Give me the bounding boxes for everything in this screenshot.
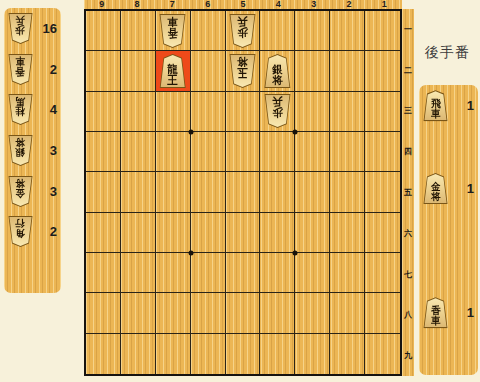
board-cell[interactable] bbox=[226, 213, 261, 253]
piece-face: 歩兵 bbox=[230, 15, 255, 47]
rank-label: 七 bbox=[402, 254, 414, 295]
piece-kanji: 将 bbox=[431, 192, 441, 202]
file-label: 4 bbox=[261, 0, 296, 9]
board-cell[interactable] bbox=[191, 293, 226, 333]
board-cell[interactable] bbox=[191, 253, 226, 293]
piece-kanji: 歩 bbox=[272, 107, 282, 118]
shogi-board: 香車歩兵龍王玉将銀将歩兵 bbox=[84, 9, 402, 376]
piece-lance[interactable]: 香車 bbox=[423, 297, 448, 328]
piece-kanji: 歩 bbox=[237, 27, 247, 38]
board-cell[interactable] bbox=[295, 213, 330, 253]
board-cell[interactable] bbox=[226, 293, 261, 333]
board-cell[interactable]: 歩兵 bbox=[226, 11, 261, 51]
board-cell[interactable] bbox=[260, 293, 295, 333]
piece-face: 龍王 bbox=[160, 55, 185, 87]
piece-kanji: 車 bbox=[167, 16, 177, 27]
board-cell[interactable]: 玉将 bbox=[226, 51, 261, 91]
gote-captured-tray: 歩兵16香車2桂馬4銀将3金将3角行2 bbox=[4, 8, 61, 293]
star-point-dot bbox=[188, 251, 193, 256]
board-cell[interactable] bbox=[226, 253, 261, 293]
file-label: 7 bbox=[155, 0, 190, 9]
piece-kanji: 香 bbox=[16, 66, 26, 76]
board-cell[interactable] bbox=[121, 172, 156, 212]
board-cell[interactable] bbox=[260, 334, 295, 374]
captured-count: 3 bbox=[50, 143, 57, 158]
board-cell[interactable] bbox=[260, 213, 295, 253]
board-cell[interactable] bbox=[330, 92, 365, 132]
board-cell[interactable] bbox=[260, 172, 295, 212]
board-cell[interactable] bbox=[121, 213, 156, 253]
captured-slot-bishop[interactable]: 角行2 bbox=[4, 212, 61, 253]
piece-lance[interactable]: 香車 bbox=[8, 54, 33, 85]
board-cell[interactable] bbox=[330, 293, 365, 333]
piece-kanji: 角 bbox=[16, 228, 26, 238]
board-cell[interactable] bbox=[295, 132, 330, 172]
piece-kanji: 桂 bbox=[16, 106, 26, 116]
board-cell[interactable] bbox=[330, 132, 365, 172]
sente-captured-tray: 飛車1金将1香車1 bbox=[419, 85, 478, 375]
board-cell[interactable] bbox=[295, 51, 330, 91]
captured-slot-pawn[interactable]: 歩兵16 bbox=[4, 8, 61, 49]
board-cell[interactable] bbox=[191, 213, 226, 253]
captured-slot-empty bbox=[419, 126, 478, 167]
piece-gold[interactable]: 金将 bbox=[8, 176, 33, 207]
board-cell[interactable]: 香車 bbox=[156, 11, 191, 51]
board-cell[interactable] bbox=[330, 334, 365, 374]
board-cell[interactable] bbox=[365, 334, 400, 374]
captured-slot-empty bbox=[419, 209, 478, 250]
board-cell[interactable] bbox=[365, 172, 400, 212]
piece-face: 香車 bbox=[424, 298, 447, 327]
board-cell[interactable] bbox=[226, 92, 261, 132]
board-cell[interactable] bbox=[365, 132, 400, 172]
board-cell[interactable] bbox=[156, 334, 191, 374]
piece-kanji: 車 bbox=[431, 109, 441, 119]
board-cell[interactable]: 歩兵 bbox=[260, 92, 295, 132]
board-cell[interactable]: 龍王 bbox=[156, 51, 191, 91]
board-cell[interactable] bbox=[86, 172, 121, 212]
board-cell[interactable] bbox=[156, 253, 191, 293]
piece-face: 歩兵 bbox=[9, 14, 32, 43]
board-cell[interactable] bbox=[226, 334, 261, 374]
captured-count: 2 bbox=[50, 62, 57, 77]
piece-face: 玉将 bbox=[230, 55, 255, 87]
piece-king[interactable]: 玉将 bbox=[229, 54, 256, 88]
board-cell[interactable] bbox=[330, 172, 365, 212]
board-cell[interactable] bbox=[86, 11, 121, 51]
file-label: 5 bbox=[225, 0, 260, 9]
piece-silver[interactable]: 銀将 bbox=[264, 54, 291, 88]
board-cell[interactable] bbox=[295, 334, 330, 374]
board-cell[interactable] bbox=[295, 253, 330, 293]
captured-slot-empty bbox=[419, 251, 478, 292]
piece-pawn[interactable]: 歩兵 bbox=[229, 14, 256, 48]
board-cell[interactable] bbox=[156, 132, 191, 172]
board-cell[interactable] bbox=[86, 213, 121, 253]
captured-count: 1 bbox=[467, 305, 474, 320]
piece-knight[interactable]: 桂馬 bbox=[8, 94, 33, 125]
board-cell[interactable] bbox=[260, 132, 295, 172]
piece-face: 銀将 bbox=[265, 55, 290, 87]
captured-slot-rook[interactable]: 飛車1 bbox=[419, 85, 478, 126]
board-cell[interactable] bbox=[330, 51, 365, 91]
piece-kanji: 将 bbox=[272, 75, 282, 86]
board-cell[interactable]: 銀将 bbox=[260, 51, 295, 91]
star-point-dot bbox=[188, 129, 193, 134]
piece-pawn[interactable]: 歩兵 bbox=[264, 94, 291, 128]
piece-kanji: 将 bbox=[16, 137, 26, 147]
board-cell[interactable] bbox=[86, 334, 121, 374]
rank-label: 九 bbox=[402, 335, 414, 376]
board-cell[interactable] bbox=[330, 11, 365, 51]
board-cell[interactable] bbox=[226, 172, 261, 212]
piece-silver[interactable]: 銀将 bbox=[8, 135, 33, 166]
board-cell[interactable] bbox=[295, 293, 330, 333]
piece-face: 金将 bbox=[9, 177, 32, 206]
board-cell[interactable] bbox=[295, 172, 330, 212]
board-cell[interactable] bbox=[86, 293, 121, 333]
piece-face: 香車 bbox=[160, 15, 185, 47]
piece-dragon[interactable]: 龍王 bbox=[159, 54, 186, 88]
board-cell[interactable] bbox=[365, 51, 400, 91]
piece-kanji: 玉 bbox=[237, 67, 247, 78]
piece-bishop[interactable]: 角行 bbox=[8, 216, 33, 247]
captured-count: 1 bbox=[467, 98, 474, 113]
piece-kanji: 金 bbox=[16, 188, 26, 198]
piece-rook[interactable]: 飛車 bbox=[423, 90, 448, 121]
board-cell[interactable] bbox=[365, 253, 400, 293]
board-cell[interactable] bbox=[365, 92, 400, 132]
piece-kanji: 馬 bbox=[16, 96, 26, 106]
board-cell[interactable] bbox=[191, 132, 226, 172]
piece-kanji: 将 bbox=[237, 56, 247, 67]
captured-count: 16 bbox=[43, 21, 57, 36]
piece-kanji: 銀 bbox=[16, 147, 26, 157]
rank-label: 四 bbox=[402, 131, 414, 172]
board-cell[interactable] bbox=[260, 253, 295, 293]
board-cell[interactable] bbox=[295, 92, 330, 132]
board-cell[interactable] bbox=[121, 253, 156, 293]
board-cell[interactable] bbox=[295, 11, 330, 51]
board-cell[interactable] bbox=[156, 213, 191, 253]
turn-indicator: 後手番 bbox=[415, 44, 480, 62]
piece-kanji: 車 bbox=[431, 316, 441, 326]
piece-kanji: 兵 bbox=[272, 96, 282, 107]
rank-labels: 一二三四五六七八九 bbox=[402, 9, 414, 376]
board-cell[interactable] bbox=[330, 213, 365, 253]
piece-face: 銀将 bbox=[9, 136, 32, 165]
piece-kanji: 王 bbox=[167, 75, 177, 86]
captured-slot-silver[interactable]: 銀将3 bbox=[4, 130, 61, 171]
piece-face: 角行 bbox=[9, 217, 32, 246]
piece-kanji: 将 bbox=[16, 178, 26, 188]
captured-slot-gold[interactable]: 金将1 bbox=[419, 168, 478, 209]
board-cell[interactable] bbox=[191, 92, 226, 132]
board-cell[interactable] bbox=[121, 132, 156, 172]
file-label: 9 bbox=[84, 0, 119, 9]
piece-face: 香車 bbox=[9, 55, 32, 84]
piece-gold[interactable]: 金将 bbox=[423, 173, 448, 204]
captured-slot-lance[interactable]: 香車2 bbox=[4, 49, 61, 90]
board-cell[interactable] bbox=[121, 293, 156, 333]
captured-slot-empty bbox=[419, 334, 478, 375]
piece-face: 金将 bbox=[424, 174, 447, 203]
board-cell[interactable] bbox=[191, 11, 226, 51]
piece-face: 桂馬 bbox=[9, 95, 32, 124]
board-cell[interactable] bbox=[365, 213, 400, 253]
board-cell[interactable] bbox=[86, 132, 121, 172]
captured-slot-lance[interactable]: 香車1 bbox=[419, 292, 478, 333]
board-cell[interactable] bbox=[156, 172, 191, 212]
piece-kanji: 兵 bbox=[237, 16, 247, 27]
piece-kanji: 行 bbox=[16, 218, 26, 228]
captured-slot-gold[interactable]: 金将3 bbox=[4, 171, 61, 212]
rank-label: 五 bbox=[402, 172, 414, 213]
file-label: 1 bbox=[367, 0, 402, 9]
board-cell[interactable] bbox=[121, 92, 156, 132]
captured-count: 4 bbox=[50, 102, 57, 117]
rank-label: 二 bbox=[402, 50, 414, 91]
star-point-dot bbox=[293, 251, 298, 256]
board-cell[interactable] bbox=[260, 11, 295, 51]
piece-face: 歩兵 bbox=[265, 95, 290, 127]
rank-label: 六 bbox=[402, 213, 414, 254]
piece-face: 飛車 bbox=[424, 91, 447, 120]
piece-kanji: 歩 bbox=[16, 25, 26, 35]
board-cell[interactable] bbox=[86, 92, 121, 132]
rank-label: 三 bbox=[402, 91, 414, 132]
board-cell[interactable] bbox=[365, 11, 400, 51]
board-cell[interactable] bbox=[365, 293, 400, 333]
board-cell[interactable] bbox=[191, 51, 226, 91]
board-cell[interactable] bbox=[86, 51, 121, 91]
file-label: 6 bbox=[190, 0, 225, 9]
piece-kanji: 香 bbox=[167, 27, 177, 38]
file-label: 3 bbox=[296, 0, 331, 9]
board-cell[interactable] bbox=[226, 132, 261, 172]
file-labels: 987654321 bbox=[84, 0, 402, 9]
board-cell[interactable] bbox=[121, 334, 156, 374]
captured-slot-empty bbox=[4, 252, 61, 293]
star-point-dot bbox=[293, 129, 298, 134]
piece-pawn[interactable]: 歩兵 bbox=[8, 13, 33, 44]
board-cell[interactable] bbox=[156, 92, 191, 132]
board-cell[interactable] bbox=[86, 253, 121, 293]
captured-slot-knight[interactable]: 桂馬4 bbox=[4, 89, 61, 130]
captured-count: 1 bbox=[467, 181, 474, 196]
piece-kanji: 兵 bbox=[16, 15, 26, 25]
rank-label: 八 bbox=[402, 294, 414, 335]
rank-label: 一 bbox=[402, 9, 414, 50]
board-cell[interactable] bbox=[191, 334, 226, 374]
board-cell[interactable] bbox=[121, 11, 156, 51]
board-cell[interactable] bbox=[156, 293, 191, 333]
board-cell[interactable] bbox=[121, 51, 156, 91]
file-label: 2 bbox=[331, 0, 366, 9]
board-cell[interactable] bbox=[330, 253, 365, 293]
file-label: 8 bbox=[119, 0, 154, 9]
piece-kanji: 車 bbox=[16, 56, 26, 66]
piece-lance[interactable]: 香車 bbox=[159, 14, 186, 48]
captured-count: 3 bbox=[50, 184, 57, 199]
captured-count: 2 bbox=[50, 224, 57, 239]
board-cell[interactable] bbox=[191, 172, 226, 212]
